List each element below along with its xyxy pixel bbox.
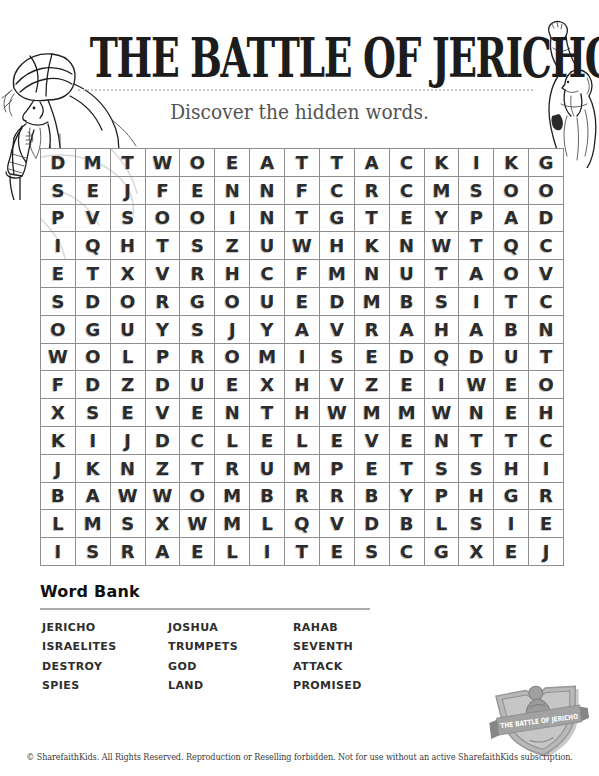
grid-cell[interactable]: F [146,177,181,205]
grid-cell[interactable]: C [320,177,355,205]
grid-cell[interactable]: F [41,371,76,399]
grid-cell[interactable]: O [41,316,76,344]
word-bank-column: JOSHUATRUMPETSGODLAND [168,618,293,695]
grid-cell[interactable]: B [250,483,285,511]
grid-cell[interactable]: Z [146,455,181,483]
grid-cell[interactable]: E [494,399,529,427]
grid-cell[interactable]: S [355,538,390,566]
grid-cell[interactable]: B [355,483,390,511]
grid-cell[interactable]: L [41,510,76,538]
grid-cell[interactable]: O [494,177,529,205]
grid-cell[interactable]: R [111,538,146,566]
grid-cell[interactable]: H [285,371,320,399]
grid-cell[interactable]: R [146,288,181,316]
grid-cell[interactable]: W [459,371,494,399]
grid-cell[interactable]: E [355,344,390,372]
grid-cell[interactable]: E [529,510,564,538]
grid-cell[interactable]: Z [215,232,250,260]
grid-cell[interactable]: S [425,455,460,483]
grid-cell[interactable]: D [41,149,76,177]
grid-cell[interactable]: W [320,399,355,427]
grid-cell[interactable]: Q [425,344,460,372]
grid-cell[interactable]: S [459,510,494,538]
grid-cell[interactable]: K [425,149,460,177]
grid-cell[interactable]: I [494,510,529,538]
grid-cell[interactable]: W [180,510,215,538]
grid-cell[interactable]: L [285,427,320,455]
grid-cell[interactable]: B [41,483,76,511]
word-bank-column: RAHABSEVENTHATTACKPROMISED [293,618,423,695]
grid-cell[interactable]: A [146,538,181,566]
grid-cell[interactable]: S [425,288,460,316]
grid-cell[interactable]: S [320,344,355,372]
grid-cell[interactable]: I [459,288,494,316]
word-bank-word: RAHAB [293,618,423,637]
grid-cell[interactable]: I [459,149,494,177]
grid-cell[interactable]: X [111,260,146,288]
grid-cell[interactable]: W [146,149,181,177]
grid-cell[interactable]: O [111,288,146,316]
grid-cell[interactable]: H [425,316,460,344]
word-search-grid: DMTWOEATTACKIKGSEJFENNFCRCMSOOPVSOOINTGT… [40,148,564,566]
grid-cell[interactable]: L [215,538,250,566]
grid-cell[interactable]: J [111,427,146,455]
grid-cell[interactable]: F [285,260,320,288]
word-bank-divider [40,608,370,610]
grid-cell[interactable]: M [215,510,250,538]
grid-cell[interactable]: K [41,427,76,455]
word-bank-word: ISRAELITES [42,637,168,656]
grid-cell[interactable]: E [180,538,215,566]
grid-cell[interactable]: Q [494,232,529,260]
subtitle: Discover the hidden words. [21,100,578,124]
grid-cell[interactable]: J [215,316,250,344]
grid-cell[interactable]: S [76,399,111,427]
grid-cell[interactable]: G [320,205,355,233]
grid-cell[interactable]: W [111,483,146,511]
grid-cell[interactable]: K [76,455,111,483]
grid-cell[interactable]: C [390,149,425,177]
worksheet-page: THE BATTLE OF JERICHO Discover the hidde… [0,0,599,776]
grid-cell[interactable]: T [76,260,111,288]
grid-cell[interactable]: X [41,399,76,427]
grid-cell[interactable]: V [320,371,355,399]
grid-cell[interactable]: T [425,260,460,288]
grid-cell[interactable]: C [529,232,564,260]
grid-cell[interactable]: I [250,538,285,566]
grid-cell[interactable]: C [390,538,425,566]
grid-cell[interactable]: H [494,455,529,483]
grid-cell[interactable]: L [215,427,250,455]
grid-cell[interactable]: T [390,455,425,483]
grid-cell[interactable]: R [320,483,355,511]
word-bank-word: DESTROY [42,657,168,676]
grid-cell[interactable]: N [250,177,285,205]
grid-cell[interactable]: Z [355,371,390,399]
grid-cell[interactable]: V [146,260,181,288]
grid-cell[interactable]: R [180,344,215,372]
grid-cell[interactable]: T [459,232,494,260]
grid-cell[interactable]: S [111,510,146,538]
grid-cell[interactable]: L [111,344,146,372]
grid-cell[interactable]: G [425,538,460,566]
grid-cell[interactable]: E [41,260,76,288]
grid-cell[interactable]: O [76,344,111,372]
grid-cell[interactable]: O [529,371,564,399]
grid-cell[interactable]: O [180,149,215,177]
grid-cell[interactable]: E [390,427,425,455]
grid-cell[interactable]: D [76,371,111,399]
grid-cell[interactable]: S [180,232,215,260]
grid-cell[interactable]: R [180,260,215,288]
grid-cell[interactable]: D [320,288,355,316]
grid-cell[interactable]: P [320,455,355,483]
grid-cell[interactable]: A [390,316,425,344]
grid-cell[interactable]: E [76,177,111,205]
grid-cell[interactable]: K [494,149,529,177]
grid-cell[interactable]: U [250,288,285,316]
grid-cell[interactable]: N [390,232,425,260]
grid-cell[interactable]: K [355,232,390,260]
grid-cell[interactable]: G [180,288,215,316]
grid-cell[interactable]: N [459,399,494,427]
grid-cell[interactable]: U [494,344,529,372]
grid-cell[interactable]: E [250,427,285,455]
grid-cell[interactable]: U [111,316,146,344]
grid-cell[interactable]: O [529,177,564,205]
grid-cell[interactable]: E [180,177,215,205]
grid-cell[interactable]: W [425,399,460,427]
grid-cell[interactable]: M [285,455,320,483]
grid-cell[interactable]: T [494,427,529,455]
grid-cell[interactable]: S [76,538,111,566]
word-bank-word: SEVENTH [293,637,423,656]
grid-cell[interactable]: E [390,371,425,399]
grid-cell[interactable]: S [459,455,494,483]
grid-cell[interactable]: Y [146,316,181,344]
grid-cell[interactable]: U [250,455,285,483]
grid-cell[interactable]: V [529,260,564,288]
grid-cell[interactable]: C [180,427,215,455]
grid-cell[interactable]: W [41,344,76,372]
grid-cell[interactable]: C [529,427,564,455]
grid-cell[interactable]: E [180,399,215,427]
copyright-footer: © SharefaithKids. All Rights Reserved. R… [9,752,590,762]
grid-cell[interactable]: O [146,205,181,233]
grid-cell[interactable]: E [355,455,390,483]
grid-cell[interactable]: H [215,260,250,288]
title-divider [78,89,533,91]
grid-cell[interactable]: P [459,205,494,233]
grid-cell[interactable]: M [215,483,250,511]
grid-cell[interactable]: M [390,399,425,427]
grid-cell[interactable]: D [146,427,181,455]
grid-cell[interactable]: S [111,205,146,233]
grid-cell[interactable]: C [250,260,285,288]
grid-cell[interactable]: P [146,344,181,372]
grid-cell[interactable]: Y [250,316,285,344]
grid-cell[interactable]: F [285,177,320,205]
grid-cell[interactable]: X [459,538,494,566]
grid-cell[interactable]: I [425,371,460,399]
grid-cell[interactable]: T [459,427,494,455]
grid-cell[interactable]: N [250,205,285,233]
grid-cell[interactable]: R [529,483,564,511]
grid-cell[interactable]: R [355,177,390,205]
grid-cell[interactable]: T [180,455,215,483]
grid-cell[interactable]: J [41,455,76,483]
grid-cell[interactable]: U [180,371,215,399]
grid-cell[interactable]: H [111,232,146,260]
grid-cell[interactable]: N [529,316,564,344]
grid-cell[interactable]: E [320,427,355,455]
grid-cell[interactable]: G [76,316,111,344]
grid-cell[interactable]: P [41,205,76,233]
word-bank-word: ATTACK [293,657,423,676]
grid-cell[interactable]: M [355,288,390,316]
grid-cell[interactable]: O [180,483,215,511]
grid-cell[interactable]: V [320,510,355,538]
grid-cell[interactable]: C [529,288,564,316]
grid-cell[interactable]: N [425,427,460,455]
grid-cell[interactable]: E [215,149,250,177]
grid-cell[interactable]: V [320,316,355,344]
grid-cell[interactable]: T [494,288,529,316]
grid-cell[interactable]: Q [285,510,320,538]
grid-cell[interactable]: B [390,288,425,316]
grid-cell[interactable]: E [285,288,320,316]
grid-cell[interactable]: M [320,260,355,288]
grid-cell[interactable]: O [494,260,529,288]
grid-cell[interactable]: T [285,538,320,566]
word-bank-column: JERICHOISRAELITESDESTROYSPIES [42,618,168,695]
grid-cell[interactable]: O [215,288,250,316]
grid-cell[interactable]: W [146,483,181,511]
grid-cell[interactable]: E [215,371,250,399]
grid-cell[interactable]: D [76,288,111,316]
word-bank-word: PROMISED [293,676,423,695]
grid-cell[interactable]: U [250,232,285,260]
grid-cell[interactable]: I [285,344,320,372]
grid-cell[interactable]: M [425,177,460,205]
grid-cell[interactable]: D [459,344,494,372]
grid-cell[interactable]: L [425,510,460,538]
grid-cell[interactable]: I [41,538,76,566]
grid-cell[interactable]: P [425,483,460,511]
word-bank-word: JERICHO [42,618,168,637]
grid-cell[interactable]: R [215,455,250,483]
grid-cell[interactable]: R [285,483,320,511]
grid-cell[interactable]: X [250,371,285,399]
grid-cell[interactable]: A [285,316,320,344]
grid-cell[interactable]: J [529,538,564,566]
grid-cell[interactable]: S [459,177,494,205]
grid-cell[interactable]: A [76,483,111,511]
grid-cell[interactable]: E [111,399,146,427]
grid-cell[interactable]: O [215,344,250,372]
grid-cell[interactable]: S [41,177,76,205]
grid-cell[interactable]: M [355,399,390,427]
grid-cell[interactable]: O [180,205,215,233]
grid-cell[interactable]: A [494,205,529,233]
grid-cell[interactable]: N [215,177,250,205]
grid-cell[interactable]: M [76,149,111,177]
grid-cell[interactable]: Y [390,483,425,511]
grid-cell[interactable]: Y [425,205,460,233]
grid-cell[interactable]: N [111,455,146,483]
grid-cell[interactable]: G [494,483,529,511]
grid-cell[interactable]: L [250,510,285,538]
word-bank-heading: Word Bank [40,582,140,601]
word-bank-word: SPIES [42,676,168,695]
grid-cell[interactable]: I [529,455,564,483]
grid-cell[interactable]: D [146,371,181,399]
grid-cell[interactable]: H [459,483,494,511]
grid-cell[interactable]: A [250,149,285,177]
grid-cell[interactable]: W [425,232,460,260]
grid-cell[interactable]: N [215,399,250,427]
grid-cell[interactable]: S [41,288,76,316]
grid-cell[interactable]: M [250,344,285,372]
grid-cell[interactable]: T [250,399,285,427]
grid-cell[interactable]: I [76,427,111,455]
grid-cell[interactable]: N [355,260,390,288]
grid-cell[interactable]: V [146,399,181,427]
grid-cell[interactable]: H [529,399,564,427]
grid-cell[interactable]: T [355,205,390,233]
grid-cell[interactable]: D [529,205,564,233]
grid-cell[interactable]: E [494,371,529,399]
grid-cell[interactable]: D [390,344,425,372]
grid-cell[interactable]: E [390,205,425,233]
grid-cell[interactable]: T [111,149,146,177]
grid-cell[interactable]: A [355,149,390,177]
grid-cell[interactable]: A [459,260,494,288]
grid-cell[interactable]: G [529,149,564,177]
grid-cell[interactable]: B [390,510,425,538]
grid-cell[interactable]: W [285,232,320,260]
grid-cell[interactable]: U [390,260,425,288]
grid-cell[interactable]: E [320,538,355,566]
grid-cell[interactable]: D [355,510,390,538]
grid-cell[interactable]: T [285,205,320,233]
grid-cell[interactable]: R [355,316,390,344]
grid-cell[interactable]: T [285,149,320,177]
grid-cell[interactable]: T [529,344,564,372]
word-bank: JERICHOISRAELITESDESTROYSPIES JOSHUATRUM… [42,618,423,695]
word-bank-word: GOD [168,657,293,676]
grid-cell[interactable]: I [215,205,250,233]
grid-cell[interactable]: Q [76,232,111,260]
word-bank-word: JOSHUA [168,618,293,637]
word-bank-word: TRUMPETS [168,637,293,656]
grid-cell[interactable]: V [76,205,111,233]
grid-cell[interactable]: J [111,177,146,205]
grid-cell[interactable]: T [146,232,181,260]
grid-cell[interactable]: Z [111,371,146,399]
grid-cell[interactable]: H [320,232,355,260]
grid-cell[interactable]: H [285,399,320,427]
grid-cell[interactable]: X [146,510,181,538]
page-title: THE BATTLE OF JERICHO [90,31,509,85]
grid-cell[interactable]: B [494,316,529,344]
grid-cell[interactable]: S [180,316,215,344]
grid-cell[interactable]: T [320,149,355,177]
grid-cell[interactable]: M [76,510,111,538]
grid-cell[interactable]: C [390,177,425,205]
grid-cell[interactable]: V [355,427,390,455]
grid-cell[interactable]: A [459,316,494,344]
word-bank-word: LAND [168,676,293,695]
grid-cell[interactable]: E [494,538,529,566]
sharefaith-badge: THE BATTLE OF JERICHO [485,675,594,763]
grid-cell[interactable]: I [41,232,76,260]
